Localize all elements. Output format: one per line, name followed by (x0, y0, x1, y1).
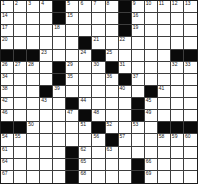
clue-number: 30 (92, 62, 99, 67)
grid-cell-r6-c14[interactable]: 32 (171, 62, 184, 74)
black-cell-r1-c10 (119, 1, 132, 13)
clue-number: 42 (1, 98, 8, 103)
grid-cell-r15-c15[interactable] (184, 171, 197, 183)
grid-cell-r7-c14[interactable] (171, 74, 184, 86)
clue-number: 40 (119, 86, 126, 91)
grid-cell-r11-c3[interactable]: 50 (27, 122, 40, 134)
clue-number: 27 (14, 62, 21, 67)
grid-cell-r14-c5[interactable] (53, 159, 66, 171)
grid-cell-r12-c10[interactable]: 57 (119, 134, 132, 146)
grid-cell-r10-c8[interactable]: 48 (92, 110, 105, 122)
clue-number: 52 (106, 122, 113, 127)
black-cell-r5-c1 (1, 50, 14, 62)
grid-cell-r4-c14[interactable] (171, 37, 184, 49)
grid-cell-r11-c11[interactable]: 53 (132, 122, 145, 134)
grid-cell-r1-c3[interactable]: 3 (27, 1, 40, 13)
grid-cell-r10-c10[interactable] (119, 110, 132, 122)
grid-cell-r9-c3[interactable] (27, 98, 40, 110)
grid-cell-r12-c2[interactable]: 55 (14, 134, 27, 146)
clue-number: 20 (1, 37, 8, 42)
grid-cell-r13-c15[interactable] (184, 147, 197, 159)
grid-cell-r7-c11[interactable]: 37 (132, 74, 145, 86)
grid-cell-r7-c3[interactable] (27, 74, 40, 86)
grid-cell-r15-c14[interactable] (171, 171, 184, 183)
grid-cell-r15-c9[interactable] (106, 171, 119, 183)
crossword-grid: 1234567891011121314151617181920212223242… (0, 0, 198, 184)
black-cell-r5-c8 (92, 50, 105, 62)
clue-number: 21 (92, 37, 99, 42)
clue-number: 17 (1, 25, 8, 30)
grid-cell-r10-c12[interactable]: 49 (145, 110, 158, 122)
grid-cell-r10-c13[interactable] (158, 110, 171, 122)
grid-cell-r9-c5[interactable] (53, 98, 66, 110)
grid-cell-r8-c5[interactable]: 39 (53, 86, 66, 98)
clue-number: 18 (53, 25, 60, 30)
grid-cell-r7-c8[interactable] (92, 74, 105, 86)
grid-cell-r10-c1[interactable]: 46 (1, 110, 14, 122)
grid-cell-r3-c11[interactable]: 19 (132, 25, 145, 37)
black-cell-r14-c6 (66, 159, 79, 171)
clue-number: 3 (27, 1, 31, 6)
grid-cell-r1-c7[interactable]: 6 (79, 1, 92, 13)
grid-cell-r15-c10[interactable] (119, 171, 132, 183)
grid-cell-r14-c4[interactable] (40, 159, 53, 171)
grid-cell-r14-c3[interactable] (27, 159, 40, 171)
clue-number: 37 (132, 74, 139, 79)
grid-cell-r9-c2[interactable] (14, 98, 27, 110)
clue-number: 49 (145, 110, 152, 115)
grid-cell-r8-c11[interactable] (132, 86, 145, 98)
grid-cell-r1-c14[interactable]: 12 (171, 1, 184, 13)
clue-number: 5 (66, 1, 70, 6)
clue-number: 10 (145, 1, 152, 6)
grid-cell-r12-c15[interactable]: 60 (184, 134, 197, 146)
grid-cell-r7-c4[interactable] (40, 74, 53, 86)
clue-number: 28 (27, 62, 34, 67)
grid-cell-r14-c9[interactable] (106, 159, 119, 171)
clue-number: 48 (92, 110, 99, 115)
clue-number: 65 (79, 159, 86, 164)
grid-cell-r5-c10[interactable] (119, 50, 132, 62)
grid-cell-r4-c2[interactable] (14, 37, 27, 49)
grid-cell-r8-c15[interactable] (184, 86, 197, 98)
grid-cell-r14-c14[interactable] (171, 159, 184, 171)
grid-cell-r7-c9[interactable]: 36 (106, 74, 119, 86)
grid-cell-r9-c4[interactable]: 43 (40, 98, 53, 110)
grid-cell-r6-c12[interactable] (145, 62, 158, 74)
grid-cell-r14-c2[interactable] (14, 159, 27, 171)
grid-cell-r11-c9[interactable]: 52 (106, 122, 119, 134)
grid-cell-r13-c3[interactable] (27, 147, 40, 159)
grid-cell-r10-c5[interactable] (53, 110, 66, 122)
clue-number: 15 (66, 13, 73, 18)
grid-cell-r8-c13[interactable]: 41 (158, 86, 171, 98)
grid-cell-r5-c5[interactable] (53, 50, 66, 62)
grid-cell-r1-c15[interactable]: 13 (184, 1, 197, 13)
grid-cell-r1-c9[interactable]: 8 (106, 1, 119, 13)
grid-cell-r2-c14[interactable] (171, 13, 184, 25)
grid-cell-r2-c13[interactable] (158, 13, 171, 25)
grid-cell-r9-c10[interactable] (119, 98, 132, 110)
grid-cell-r13-c10[interactable] (119, 147, 132, 159)
grid-cell-r12-c3[interactable] (27, 134, 40, 146)
grid-cell-r12-c8[interactable]: 56 (92, 134, 105, 146)
grid-cell-r2-c3[interactable] (27, 13, 40, 25)
clue-number: 51 (79, 122, 86, 127)
grid-cell-r12-c14[interactable]: 59 (171, 134, 184, 146)
grid-cell-r8-c3[interactable] (27, 86, 40, 98)
grid-cell-r4-c8[interactable]: 21 (92, 37, 105, 49)
clue-number: 31 (119, 62, 126, 67)
clue-number: 55 (14, 134, 21, 139)
grid-cell-r15-c7[interactable]: 68 (79, 171, 92, 183)
grid-cell-r15-c3[interactable] (27, 171, 40, 183)
grid-cell-r14-c15[interactable] (184, 159, 197, 171)
grid-cell-r15-c2[interactable] (14, 171, 27, 183)
grid-cell-r2-c7[interactable] (79, 13, 92, 25)
black-cell-r6-c9 (106, 62, 119, 74)
grid-cell-r13-c1[interactable]: 61 (1, 147, 14, 159)
grid-cell-r4-c3[interactable] (27, 37, 40, 49)
clue-number: 13 (184, 1, 191, 6)
grid-cell-r15-c5[interactable] (53, 171, 66, 183)
clue-number: 62 (79, 147, 86, 152)
grid-cell-r14-c8[interactable] (92, 159, 105, 171)
grid-cell-r9-c13[interactable] (158, 98, 171, 110)
grid-cell-r6-c13[interactable] (158, 62, 171, 74)
grid-cell-r12-c6[interactable] (66, 134, 79, 146)
grid-cell-r6-c4[interactable] (40, 62, 53, 74)
grid-cell-r2-c6[interactable]: 15 (66, 13, 79, 25)
grid-cell-r2-c4[interactable] (40, 13, 53, 25)
grid-cell-r6-c7[interactable] (79, 62, 92, 74)
grid-cell-r4-c15[interactable] (184, 37, 197, 49)
clue-number: 50 (27, 122, 34, 127)
grid-cell-r11-c7[interactable]: 51 (79, 122, 92, 134)
clue-number: 54 (1, 134, 8, 139)
grid-cell-r8-c2[interactable] (14, 86, 27, 98)
clue-number: 33 (184, 62, 191, 67)
grid-cell-r6-c11[interactable] (132, 62, 145, 74)
grid-cell-r15-c12[interactable]: 69 (145, 171, 158, 183)
grid-cell-r7-c15[interactable] (184, 74, 197, 86)
clue-number: 44 (79, 98, 86, 103)
clue-number: 39 (53, 86, 60, 91)
grid-cell-r9-c15[interactable] (184, 98, 197, 110)
clue-number: 2 (14, 1, 18, 6)
clue-number: 47 (66, 110, 73, 115)
grid-cell-r5-c11[interactable] (132, 50, 145, 62)
grid-cell-r12-c11[interactable] (132, 134, 145, 146)
grid-cell-r5-c6[interactable] (66, 50, 79, 62)
grid-cell-r13-c8[interactable] (92, 147, 105, 159)
clue-number: 68 (79, 171, 86, 176)
grid-cell-r8-c8[interactable] (92, 86, 105, 98)
grid-cell-r4-c12[interactable] (145, 37, 158, 49)
grid-cell-r3-c9[interactable] (106, 25, 119, 37)
grid-cell-r13-c12[interactable] (145, 147, 158, 159)
grid-cell-r11-c12[interactable] (145, 122, 158, 134)
grid-cell-r3-c3[interactable] (27, 25, 40, 37)
grid-cell-r7-c2[interactable] (14, 74, 27, 86)
grid-cell-r6-c2[interactable]: 27 (14, 62, 27, 74)
black-cell-r9-c11 (132, 98, 145, 110)
grid-cell-r6-c10[interactable]: 31 (119, 62, 132, 74)
black-cell-r14-c11 (132, 159, 145, 171)
grid-cell-r2-c15[interactable] (184, 13, 197, 25)
grid-cell-r13-c2[interactable] (14, 147, 27, 159)
grid-cell-r5-c9[interactable]: 25 (106, 50, 119, 62)
clue-number: 22 (119, 37, 126, 42)
grid-cell-r1-c2[interactable]: 2 (14, 1, 27, 13)
grid-cell-r1-c12[interactable]: 10 (145, 1, 158, 13)
black-cell-r5-c2 (14, 50, 27, 62)
clue-number: 60 (184, 134, 191, 139)
clue-number: 43 (40, 98, 47, 103)
grid-cell-r2-c12[interactable] (145, 13, 158, 25)
grid-cell-r13-c5[interactable] (53, 147, 66, 159)
clue-number: 66 (145, 159, 152, 164)
grid-cell-r6-c6[interactable]: 29 (66, 62, 79, 74)
clue-number: 69 (145, 171, 152, 176)
grid-cell-r13-c13[interactable] (158, 147, 171, 159)
grid-cell-r6-c1[interactable]: 26 (1, 62, 14, 74)
grid-cell-r8-c14[interactable] (171, 86, 184, 98)
grid-cell-r8-c6[interactable] (66, 86, 79, 98)
clue-number: 7 (92, 1, 96, 6)
grid-cell-r7-c12[interactable] (145, 74, 158, 86)
black-cell-r12-c9 (106, 134, 119, 146)
grid-cell-r2-c2[interactable] (14, 13, 27, 25)
clue-number: 16 (132, 13, 139, 18)
grid-cell-r8-c9[interactable] (106, 86, 119, 98)
grid-cell-r12-c13[interactable]: 58 (158, 134, 171, 146)
grid-cell-r15-c4[interactable] (40, 171, 53, 183)
grid-cell-r4-c9[interactable] (106, 37, 119, 49)
grid-cell-r13-c4[interactable] (40, 147, 53, 159)
clue-number: 36 (106, 74, 113, 79)
grid-cell-r4-c6[interactable] (66, 37, 79, 49)
grid-cell-r3-c2[interactable] (14, 25, 27, 37)
grid-cell-r11-c5[interactable] (53, 122, 66, 134)
clue-number: 45 (145, 98, 152, 103)
grid-cell-r10-c15[interactable] (184, 110, 197, 122)
clue-number: 29 (66, 62, 73, 67)
grid-cell-r15-c8[interactable] (92, 171, 105, 183)
clue-number: 19 (132, 25, 139, 30)
clue-number: 41 (158, 86, 165, 91)
clue-number: 8 (106, 1, 110, 6)
clue-number: 11 (158, 1, 164, 6)
grid-cell-r6-c8[interactable]: 30 (92, 62, 105, 74)
grid-cell-r3-c6[interactable] (66, 25, 79, 37)
grid-cell-r1-c13[interactable]: 11 (158, 1, 171, 13)
black-cell-r1-c5 (53, 1, 66, 13)
grid-cell-r4-c11[interactable] (132, 37, 145, 49)
grid-cell-r13-c7[interactable]: 62 (79, 147, 92, 159)
clue-number: 34 (1, 74, 8, 79)
grid-cell-r5-c13[interactable] (158, 50, 171, 62)
grid-cell-r3-c14[interactable] (171, 25, 184, 37)
black-cell-r4-c7 (79, 37, 92, 49)
clue-number: 6 (79, 1, 83, 6)
grid-cell-r2-c9[interactable] (106, 13, 119, 25)
clue-number: 53 (132, 122, 139, 127)
grid-cell-r10-c4[interactable] (40, 110, 53, 122)
grid-cell-r6-c15[interactable]: 33 (184, 62, 197, 74)
grid-cell-r4-c5[interactable] (53, 37, 66, 49)
grid-cell-r15-c13[interactable] (158, 171, 171, 183)
grid-cell-r12-c4[interactable] (40, 134, 53, 146)
grid-cell-r1-c4[interactable]: 4 (40, 1, 53, 13)
clue-number: 25 (106, 50, 113, 55)
grid-cell-r10-c14[interactable] (171, 110, 184, 122)
clue-number: 9 (132, 1, 136, 6)
grid-cell-r5-c4[interactable]: 23 (40, 50, 53, 62)
grid-cell-r7-c7[interactable] (79, 74, 92, 86)
grid-cell-r3-c12[interactable] (145, 25, 158, 37)
grid-cell-r5-c7[interactable]: 24 (79, 50, 92, 62)
black-cell-r6-c5 (53, 62, 66, 74)
grid-cell-r15-c1[interactable]: 67 (1, 171, 14, 183)
black-cell-r2-c10 (119, 13, 132, 25)
grid-cell-r8-c10[interactable]: 40 (119, 86, 132, 98)
grid-cell-r4-c13[interactable] (158, 37, 171, 49)
grid-cell-r11-c6[interactable] (66, 122, 79, 134)
grid-cell-r9-c14[interactable] (171, 98, 184, 110)
grid-cell-r13-c11[interactable] (132, 147, 145, 159)
grid-cell-r13-c14[interactable] (171, 147, 184, 159)
clue-number: 35 (66, 74, 73, 79)
black-cell-r5-c3 (27, 50, 40, 62)
grid-cell-r9-c9[interactable] (106, 98, 119, 110)
clue-number: 23 (40, 50, 47, 55)
grid-cell-r12-c12[interactable] (145, 134, 158, 146)
clue-number: 59 (171, 134, 178, 139)
clue-number: 57 (119, 134, 126, 139)
grid-cell-r3-c5[interactable]: 18 (53, 25, 66, 37)
clue-number: 12 (171, 1, 178, 6)
grid-cell-r4-c10[interactable]: 22 (119, 37, 132, 49)
grid-cell-r9-c7[interactable]: 44 (79, 98, 92, 110)
clue-number: 26 (1, 62, 8, 67)
clue-number: 14 (1, 13, 8, 18)
clue-number: 4 (40, 1, 44, 6)
grid-cell-r3-c4[interactable] (40, 25, 53, 37)
grid-cell-r11-c4[interactable] (40, 122, 53, 134)
clue-number: 24 (79, 50, 86, 55)
grid-cell-r3-c15[interactable] (184, 25, 197, 37)
grid-cell-r6-c3[interactable]: 28 (27, 62, 40, 74)
grid-cell-r14-c13[interactable] (158, 159, 171, 171)
grid-cell-r1-c8[interactable]: 7 (92, 1, 105, 13)
clue-number: 61 (1, 147, 8, 152)
grid-cell-r12-c7[interactable] (79, 134, 92, 146)
grid-cell-r3-c13[interactable] (158, 25, 171, 37)
grid-cell-r2-c8[interactable] (92, 13, 105, 25)
clue-number: 67 (1, 171, 8, 176)
grid-cell-r4-c4[interactable] (40, 37, 53, 49)
black-cell-r15-c11 (132, 171, 145, 183)
clue-number: 64 (1, 159, 8, 164)
black-cell-r15-c6 (66, 171, 79, 183)
grid-cell-r12-c5[interactable] (53, 134, 66, 146)
grid-cell-r7-c6[interactable]: 35 (66, 74, 79, 86)
black-cell-r5-c14 (171, 50, 184, 62)
grid-cell-r10-c2[interactable] (14, 110, 27, 122)
clue-number: 46 (1, 110, 8, 115)
clue-number: 32 (171, 62, 178, 67)
black-cell-r5-c15 (184, 50, 197, 62)
grid-cell-r13-c9[interactable]: 63 (106, 147, 119, 159)
black-cell-r13-c6 (66, 147, 79, 159)
grid-cell-r4-c1[interactable]: 20 (1, 37, 14, 49)
grid-cell-r12-c1[interactable]: 54 (1, 134, 14, 146)
grid-cell-r14-c10[interactable] (119, 159, 132, 171)
clue-number: 63 (106, 147, 113, 152)
clue-number: 56 (92, 134, 99, 139)
clue-number: 38 (1, 86, 8, 91)
clue-number: 1 (1, 1, 5, 6)
grid-cell-r10-c6[interactable]: 47 (66, 110, 79, 122)
clue-number: 58 (158, 134, 165, 139)
grid-cell-r5-c12[interactable] (145, 50, 158, 62)
grid-cell-r3-c7[interactable] (79, 25, 92, 37)
